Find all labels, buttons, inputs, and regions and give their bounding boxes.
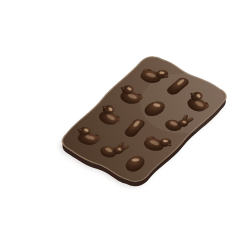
product-photo (0, 0, 250, 250)
mold (52, 50, 242, 193)
chocolate-mould-illustration (0, 0, 250, 250)
